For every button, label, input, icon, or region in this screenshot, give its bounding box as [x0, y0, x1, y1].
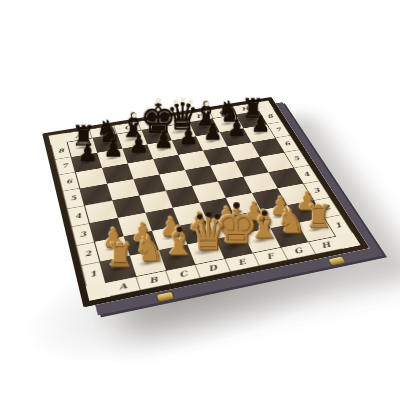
perspective-scene: ABCDEFGH ABCDEFGH 87654321 87654321 ♜♞♝♚… — [0, 0, 400, 400]
rank-label-4: 4 — [66, 205, 89, 226]
finial-tip — [233, 202, 240, 209]
finial-tip — [205, 212, 211, 218]
brass-clasp-left — [157, 292, 174, 302]
chess-board: ABCDEFGH ABCDEFGH 87654321 87654321 ♜♞♝♚… — [42, 97, 370, 308]
finial-tip — [155, 98, 161, 104]
chess-set-photo: ABCDEFGH ABCDEFGH 87654321 87654321 ♜♞♝♚… — [0, 0, 400, 400]
brass-clasp-right — [328, 257, 345, 266]
piece-glyph: ♜ — [81, 239, 158, 272]
